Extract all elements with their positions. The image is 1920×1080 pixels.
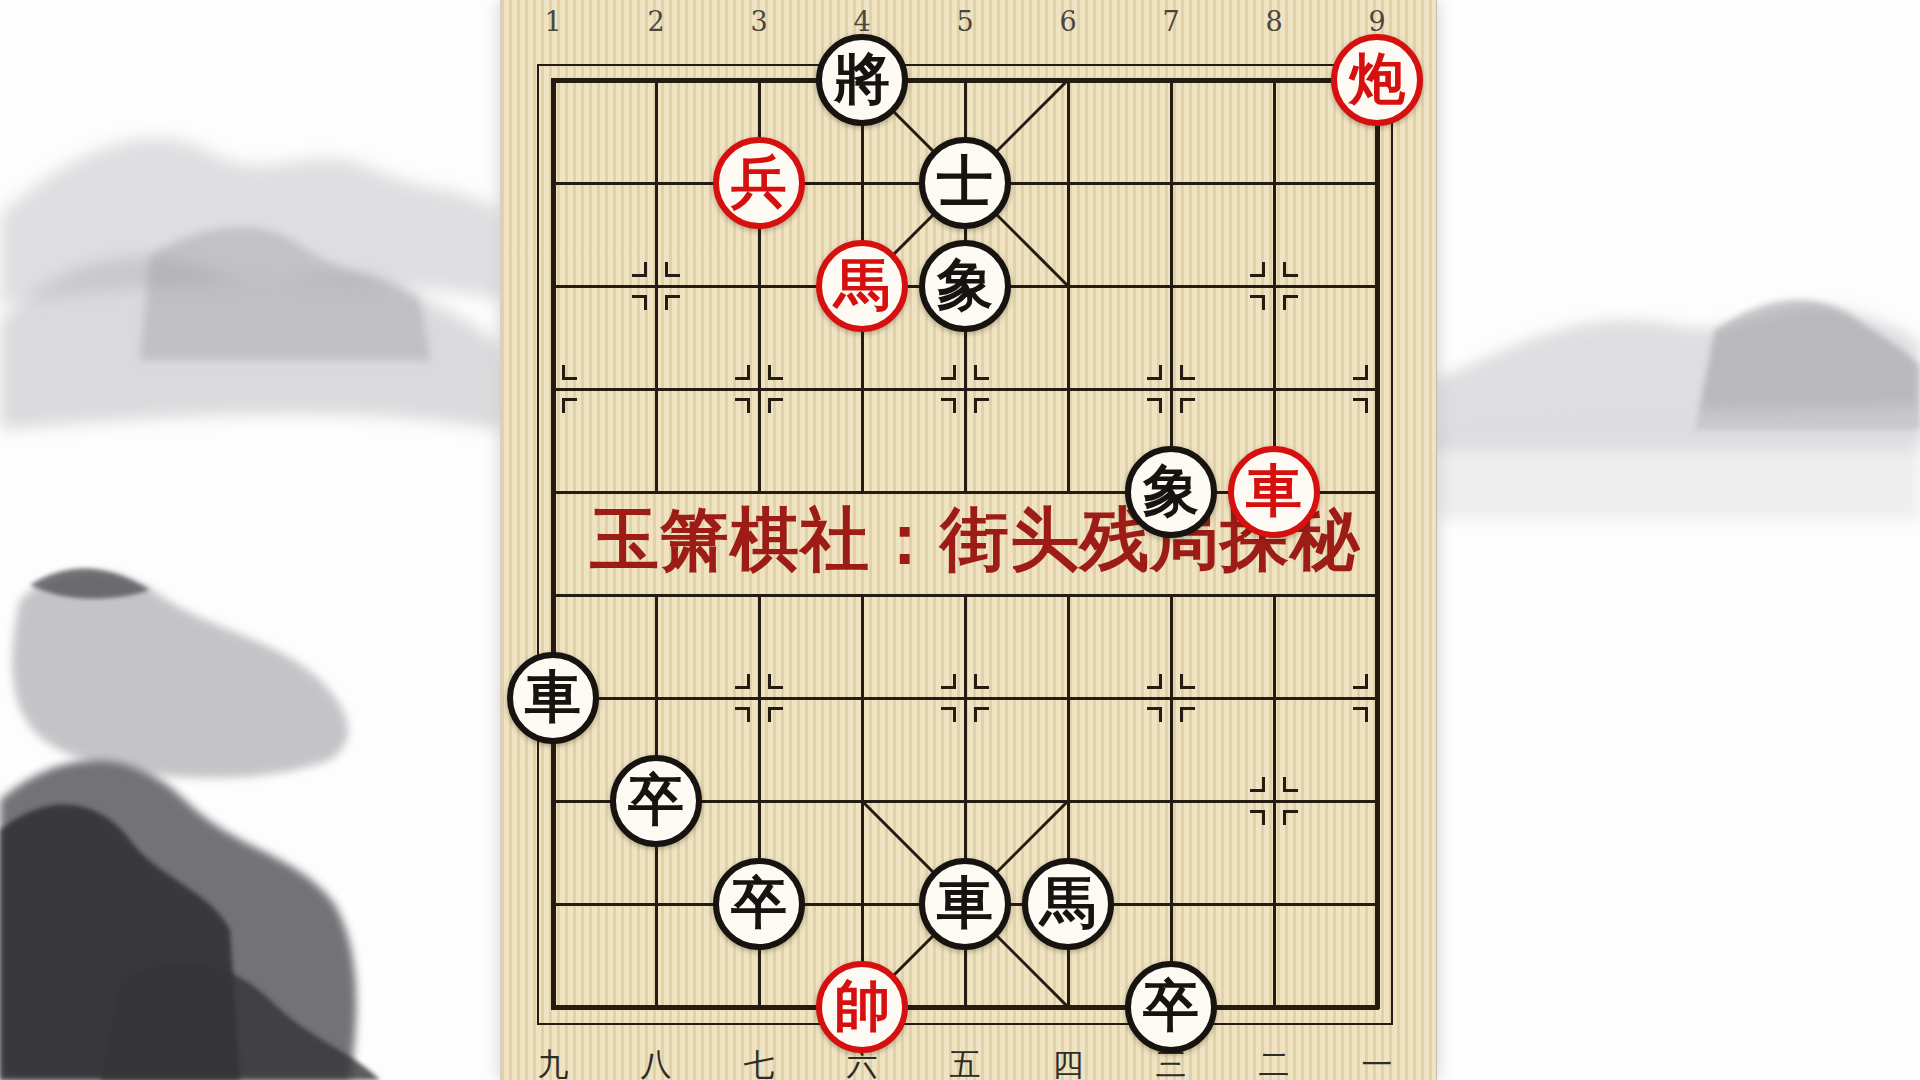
black-soldier[interactable]: 卒 — [713, 858, 805, 950]
black-soldier[interactable]: 卒 — [610, 755, 702, 847]
black-advisor[interactable]: 士 — [919, 137, 1011, 229]
black-horse[interactable]: 馬 — [1022, 858, 1114, 950]
black-elephant[interactable]: 象 — [919, 240, 1011, 332]
screenshot-root: 123456789九八七六五四三二一 玉箫棋社：街头残局探秘 將炮兵士馬象象車車… — [0, 0, 1920, 1080]
red-soldier[interactable]: 兵 — [713, 137, 805, 229]
black-chariot[interactable]: 車 — [507, 652, 599, 744]
black-soldier[interactable]: 卒 — [1125, 961, 1217, 1053]
red-horse[interactable]: 馬 — [816, 240, 908, 332]
red-cannon[interactable]: 炮 — [1331, 34, 1423, 126]
black-general[interactable]: 將 — [816, 34, 908, 126]
black-chariot[interactable]: 車 — [919, 858, 1011, 950]
piece-layer: 將炮兵士馬象象車車卒卒車馬帥卒 — [0, 0, 1920, 1080]
red-general[interactable]: 帥 — [816, 961, 908, 1053]
red-chariot[interactable]: 車 — [1228, 446, 1320, 538]
black-elephant[interactable]: 象 — [1125, 446, 1217, 538]
